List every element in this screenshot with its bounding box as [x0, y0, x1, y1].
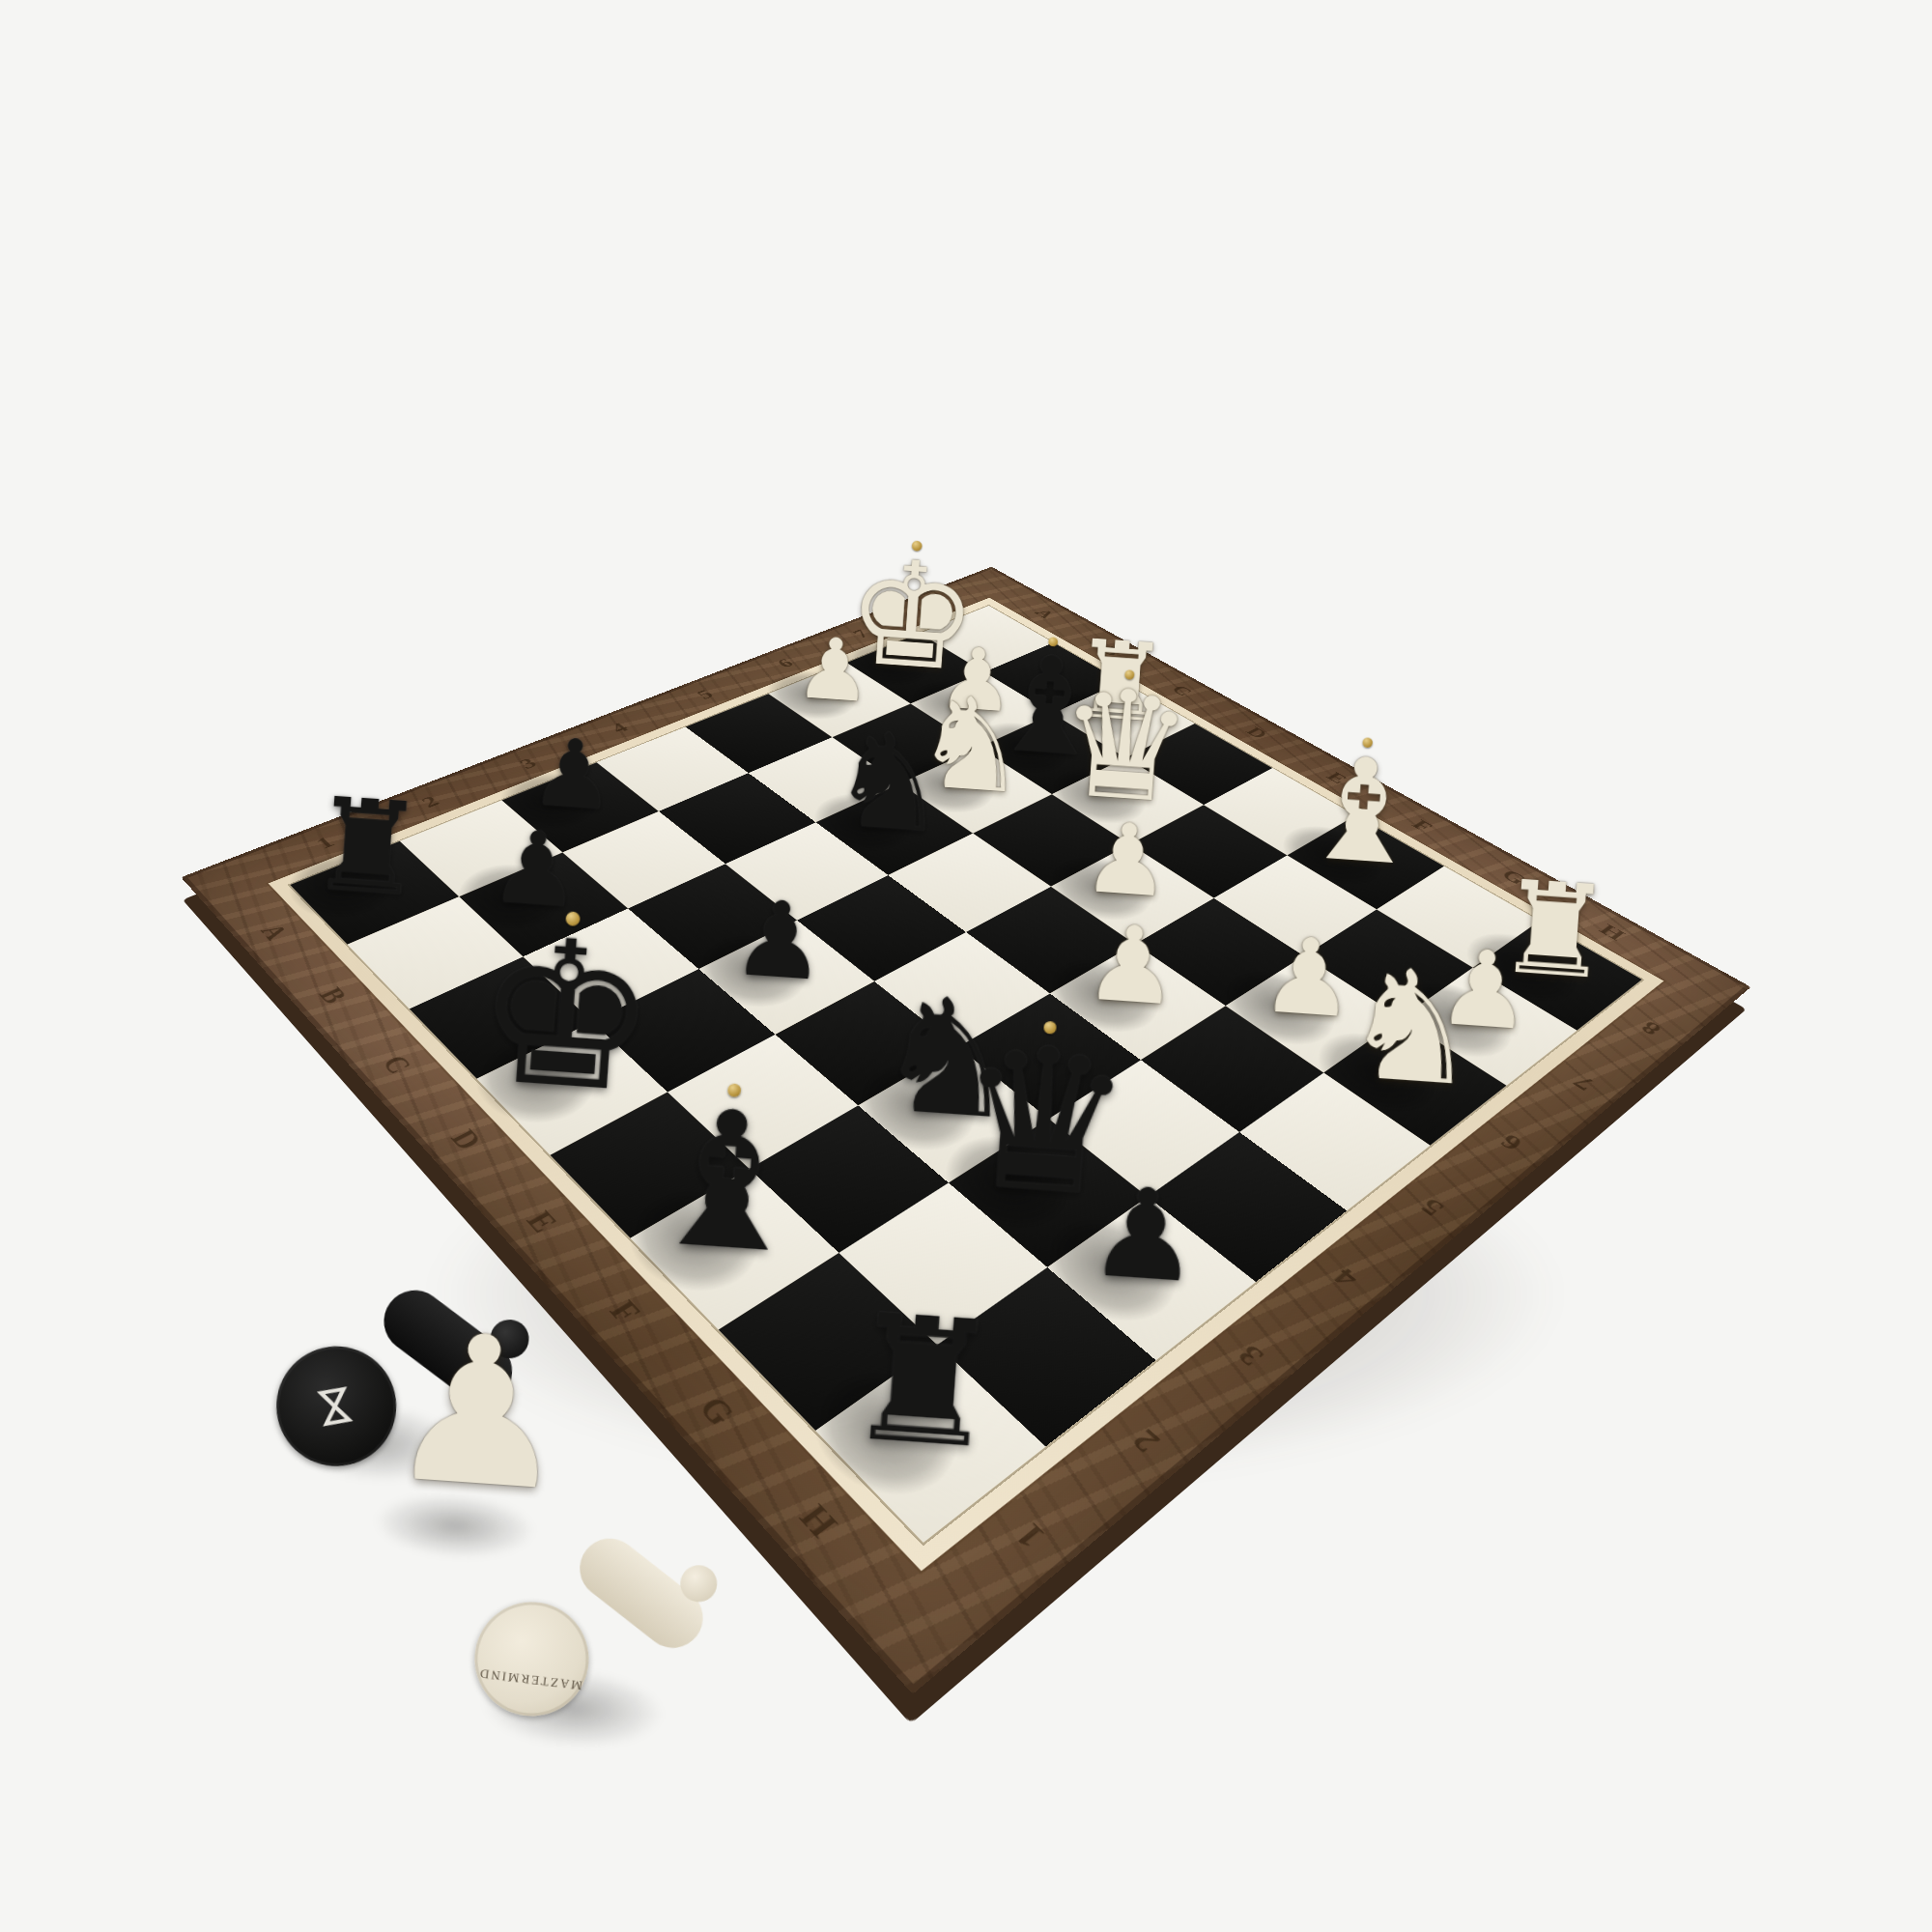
piece-black-bishop-f1[interactable]: ♝	[637, 1081, 819, 1282]
coord-rank-left-5: 5	[692, 686, 719, 701]
piece-white-bishop-f8[interactable]: ♝	[1294, 735, 1432, 886]
photo-stage: ♜♝♜♚♟♝♛♟♟♞♟♟♞♞♟♟♟♞♛♟♟♜♚♝♜ 8AA87BB76CC65D…	[0, 0, 1932, 1932]
off-board-pieces: ⋈♟MAZTERMIND	[68, 0, 1932, 70]
piece-black-rook-a1[interactable]: ♜	[305, 779, 429, 914]
piece-black-rook-h1[interactable]: ♜	[838, 1290, 1007, 1474]
scene-rotation: ♜♝♜♚♟♝♛♟♟♞♟♟♞♞♟♟♟♞♛♟♟♜♚♝♜ 8AA87BB76CC65D…	[0, 0, 1932, 1932]
piece-black-king-d1[interactable]: ♚	[469, 908, 663, 1122]
piece-black-knight-c5[interactable]: ♞	[826, 712, 952, 851]
piece-white-pawn-f5[interactable]: ♟	[1082, 910, 1183, 1021]
coord-file-bottom-B: B	[312, 983, 355, 1009]
brand-logo-mark: ⋈	[307, 1379, 366, 1433]
coord-file-bottom-C: C	[374, 1050, 420, 1079]
coord-rank-right-7: 7	[1567, 1071, 1601, 1096]
coord-rank-right-2: 2	[1122, 1422, 1168, 1461]
piece-black-pawn-h3[interactable]: ♟	[1085, 1169, 1205, 1301]
coord-rank-right-1: 1	[1005, 1515, 1054, 1557]
coord-rank-right-8: 8	[1634, 1017, 1666, 1040]
coord-file-bottom-A: A	[253, 920, 296, 944]
coord-rank-left-6: 6	[772, 655, 799, 669]
coord-file-bottom-D: D	[442, 1124, 490, 1156]
square-b3[interactable]	[562, 811, 725, 909]
coord-file-top-D: D	[1241, 724, 1273, 742]
coord-rank-right-5: 5	[1413, 1193, 1451, 1222]
coord-rank-right-4: 4	[1325, 1263, 1365, 1294]
coord-file-bottom-H: H	[790, 1496, 848, 1547]
piece-white-pawn-e6[interactable]: ♟	[1080, 809, 1174, 912]
coord-rank-right-3: 3	[1229, 1339, 1271, 1374]
standing-white-pawn[interactable]: ♟	[382, 1304, 579, 1521]
coord-file-bottom-G: G	[690, 1389, 745, 1434]
piece-white-knight-h6[interactable]: ♞	[1338, 946, 1486, 1108]
coord-file-top-A: A	[1031, 607, 1061, 621]
coord-file-bottom-E: E	[518, 1205, 566, 1238]
coord-rank-right-6: 6	[1493, 1129, 1529, 1156]
piece-black-pawn-d3[interactable]: ♟	[728, 885, 830, 996]
coord-file-bottom-F: F	[601, 1294, 650, 1331]
